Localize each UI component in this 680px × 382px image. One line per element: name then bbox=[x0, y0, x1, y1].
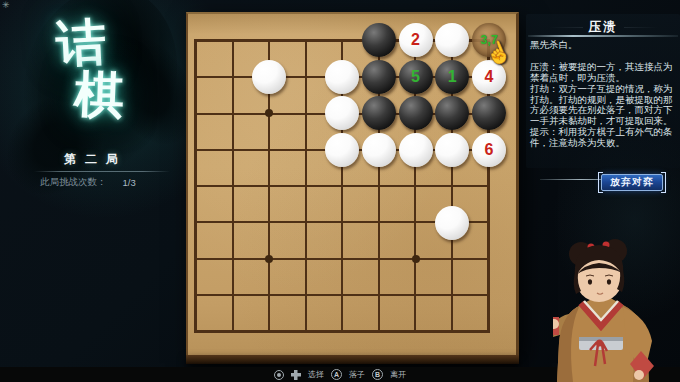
leave-hint-label: 离开 bbox=[390, 369, 406, 380]
grid-cell bbox=[196, 186, 233, 222]
stone-white bbox=[435, 133, 469, 167]
move-number: 1 bbox=[435, 60, 469, 94]
title-flourish-line bbox=[549, 27, 583, 28]
go-board[interactable]: 251463,7 ☝ bbox=[186, 12, 519, 355]
grid-cell bbox=[196, 259, 233, 295]
move-number: 6 bbox=[472, 133, 506, 167]
grid-cell bbox=[269, 222, 306, 258]
title-flourish-line bbox=[624, 27, 658, 28]
grid-cell bbox=[379, 295, 416, 331]
grid-cell bbox=[196, 114, 233, 150]
stone-white bbox=[435, 206, 469, 240]
stone-white bbox=[435, 23, 469, 57]
panel-text: 黑先杀白。压溃：被要提的一方，其连接点为禁着点时，即为压溃。打劫：双方一子互提的… bbox=[530, 40, 677, 149]
grid-cell bbox=[269, 259, 306, 295]
stone-black bbox=[362, 23, 396, 57]
grid-cell bbox=[233, 186, 270, 222]
move-number: 2 bbox=[399, 23, 433, 57]
stone-white bbox=[362, 133, 396, 167]
stone-black: 5 bbox=[399, 60, 433, 94]
place-stone-hint-label: 落子 bbox=[349, 369, 365, 380]
grid-cell bbox=[269, 114, 306, 150]
move-number: 5 bbox=[399, 60, 433, 94]
grid-cell bbox=[196, 150, 233, 186]
attempts-value: 1/3 bbox=[123, 177, 136, 188]
grid-cell bbox=[379, 259, 416, 295]
grid-cell bbox=[306, 222, 343, 258]
puzzle-title-calligraphy-char1: 诘 bbox=[55, 17, 108, 70]
board-side-edge bbox=[186, 355, 519, 364]
grid-cell bbox=[342, 295, 379, 331]
left-stick-icon bbox=[274, 370, 284, 380]
puzzle-title-calligraphy-char2: 棋 bbox=[73, 69, 125, 121]
stone-white: 2 bbox=[399, 23, 433, 57]
panel-text-line: 禁着点时，即为压溃。 bbox=[530, 73, 677, 84]
attempts-row: 此局挑战次数： 1/3 bbox=[40, 176, 180, 189]
stone-black bbox=[435, 96, 469, 130]
button-b-icon: B bbox=[372, 369, 383, 380]
stone-black bbox=[362, 60, 396, 94]
grid-cell bbox=[342, 222, 379, 258]
grid-cell bbox=[269, 295, 306, 331]
star-point bbox=[265, 255, 273, 263]
panel-text-line: 打劫：双方一子互提的情况，称为 bbox=[530, 84, 677, 95]
girl-character-illustration bbox=[553, 233, 680, 382]
grid-cell bbox=[269, 150, 306, 186]
star-point bbox=[412, 255, 420, 263]
select-hint-label: 选择 bbox=[308, 369, 324, 380]
forfeit-game-button[interactable]: 放弃对弈 bbox=[601, 174, 663, 191]
grid-cell bbox=[196, 77, 233, 113]
stone-black: 1 bbox=[435, 60, 469, 94]
puzzle-info-panel: 压溃 黑先杀白。压溃：被要提的一方，其连接点为禁着点时，即为压溃。打劫：双方一子… bbox=[526, 14, 680, 168]
grid-cell bbox=[233, 114, 270, 150]
stone-white bbox=[252, 60, 286, 94]
corner-sparkle-icon: ✳ bbox=[2, 0, 10, 10]
panel-text-line: 黑先杀白。 bbox=[530, 40, 677, 51]
grid-cell bbox=[306, 295, 343, 331]
grid-cell bbox=[233, 150, 270, 186]
stone-white bbox=[325, 133, 359, 167]
panel-title: 压溃 bbox=[589, 19, 618, 36]
grid-cell bbox=[196, 41, 233, 77]
grid-cell bbox=[233, 259, 270, 295]
grid-cell bbox=[306, 186, 343, 222]
grid-cell bbox=[196, 222, 233, 258]
stone-black bbox=[472, 96, 506, 130]
grid-cell bbox=[452, 295, 489, 331]
stone-white bbox=[325, 96, 359, 130]
panel-title-divider bbox=[528, 35, 678, 37]
grid-cell bbox=[342, 186, 379, 222]
left-divider bbox=[34, 171, 170, 172]
attempts-label: 此局挑战次数： bbox=[40, 176, 107, 189]
stone-black bbox=[362, 96, 396, 130]
grid-cell bbox=[415, 259, 452, 295]
grid-cell bbox=[233, 222, 270, 258]
grid-cell bbox=[196, 295, 233, 331]
grid-cell bbox=[415, 295, 452, 331]
grid-cell bbox=[452, 259, 489, 295]
stone-white bbox=[325, 60, 359, 94]
star-point bbox=[265, 109, 273, 117]
stone-black bbox=[399, 96, 433, 130]
grid-cell bbox=[233, 295, 270, 331]
panel-title-row: 压溃 bbox=[526, 19, 680, 36]
grid-cell bbox=[342, 259, 379, 295]
stone-white: 6 bbox=[472, 133, 506, 167]
button-a-icon: A bbox=[331, 369, 342, 380]
stone-white bbox=[399, 133, 433, 167]
game-screen: ✳ 诘 棋 第二局 此局挑战次数： 1/3 251463,7 ☝ 压溃 黑先杀白… bbox=[0, 0, 680, 382]
panel-text-line: 件，注意劫杀为失败。 bbox=[530, 138, 677, 149]
grid-cell bbox=[269, 186, 306, 222]
dpad-icon bbox=[291, 370, 301, 380]
round-label: 第二局 bbox=[20, 151, 162, 168]
grid-cell bbox=[379, 222, 416, 258]
grid-cell bbox=[306, 259, 343, 295]
grid-cell bbox=[379, 186, 416, 222]
